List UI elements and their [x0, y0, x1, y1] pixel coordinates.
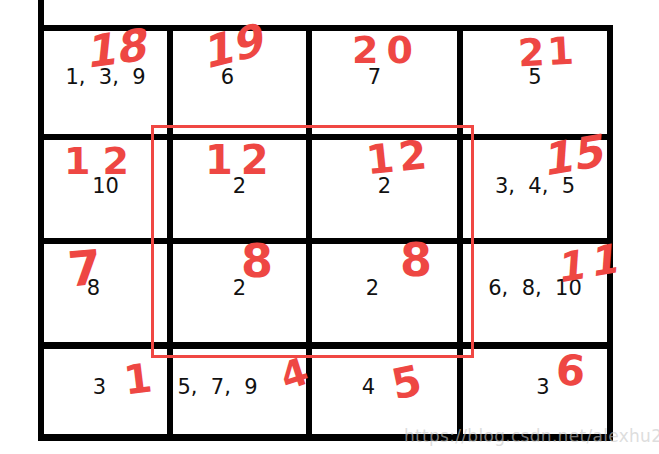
- handwritten-annotation: 20: [352, 31, 421, 69]
- cell-r3c4: 6, 8, 10 11: [463, 244, 607, 342]
- cell-r1c2: 6 19: [173, 31, 306, 134]
- given-value: 5, 7, 9: [151, 377, 284, 398]
- watermark-url: https://blog.csdn.net/alexhu2010q: [404, 426, 659, 446]
- handwritten-annotation: 15: [538, 129, 606, 183]
- handwritten-annotation: 6: [555, 349, 587, 393]
- cell-r2c4: 3, 4, 5 15: [463, 140, 607, 238]
- cell-r4c2: 5, 7, 9 4: [173, 349, 306, 434]
- cell-r3c1: 8 7: [44, 244, 167, 342]
- handwritten-annotation: 12: [64, 142, 141, 180]
- handwritten-annotation: 21: [517, 31, 578, 72]
- given-value: 3, 4, 5: [463, 176, 607, 197]
- puzzle-grid-screenshot: 1, 3, 9 18 6 19 7 20 5 21 10 12 2 12 2 1…: [0, 0, 659, 454]
- highlight-box: [151, 125, 474, 358]
- cell-r4c1: 3 1: [44, 349, 167, 434]
- cell-r1c3: 7 20: [312, 31, 457, 134]
- cell-r2c1: 10 12: [44, 140, 167, 238]
- handwritten-annotation: 18: [81, 23, 148, 75]
- handwritten-annotation: 1: [122, 357, 155, 400]
- given-value: 3: [471, 377, 615, 398]
- cell-r1c4: 5 21: [463, 31, 607, 134]
- handwritten-annotation: 5: [388, 359, 425, 406]
- cell-r4c4: 3 6: [463, 349, 607, 434]
- handwritten-annotation: 11: [552, 237, 626, 288]
- handwritten-annotation: 7: [66, 243, 103, 294]
- cell-r1c1: 1, 3, 9 18: [44, 31, 167, 134]
- cell-r4c3: 4 5: [312, 349, 457, 434]
